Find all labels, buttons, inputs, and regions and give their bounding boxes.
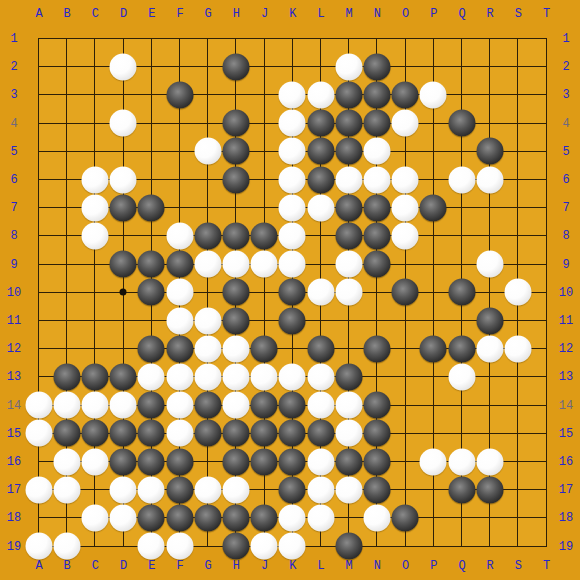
column-label-bottom: M bbox=[346, 560, 353, 572]
black-stone-N4 bbox=[363, 110, 390, 137]
black-stone-L15 bbox=[307, 420, 334, 447]
white-stone-B19 bbox=[53, 533, 80, 560]
black-stone-M3 bbox=[335, 81, 362, 108]
black-stone-H2 bbox=[222, 53, 249, 80]
white-stone-L3 bbox=[307, 81, 334, 108]
white-stone-C14 bbox=[81, 392, 108, 419]
column-label-bottom: C bbox=[92, 560, 99, 572]
row-label-left: 5 bbox=[10, 146, 17, 158]
column-label-bottom: Q bbox=[458, 560, 465, 572]
column-label-top: G bbox=[205, 8, 212, 20]
column-label-bottom: A bbox=[35, 560, 42, 572]
column-label-bottom: L bbox=[317, 560, 324, 572]
white-stone-O4 bbox=[392, 110, 419, 137]
white-stone-O8 bbox=[392, 222, 419, 249]
column-label-top: P bbox=[430, 8, 437, 20]
row-label-left: 10 bbox=[7, 287, 21, 299]
white-stone-C18 bbox=[81, 504, 108, 531]
column-label-bottom: E bbox=[148, 560, 155, 572]
column-label-top: E bbox=[148, 8, 155, 20]
row-label-left: 16 bbox=[7, 456, 21, 468]
white-stone-M9 bbox=[335, 251, 362, 278]
black-stone-H18 bbox=[222, 504, 249, 531]
white-stone-G5 bbox=[194, 138, 221, 165]
column-label-top: F bbox=[176, 8, 183, 20]
column-label-top: B bbox=[64, 8, 71, 20]
white-stone-M2 bbox=[335, 53, 362, 80]
column-label-bottom: H bbox=[233, 560, 240, 572]
row-label-right: 12 bbox=[559, 343, 573, 355]
white-stone-E19 bbox=[138, 533, 165, 560]
row-label-left: 17 bbox=[7, 484, 21, 496]
white-stone-L17 bbox=[307, 476, 334, 503]
black-stone-G14 bbox=[194, 392, 221, 419]
black-stone-E10 bbox=[138, 279, 165, 306]
column-label-bottom: R bbox=[487, 560, 494, 572]
row-label-right: 14 bbox=[559, 400, 573, 412]
white-stone-K9 bbox=[279, 251, 306, 278]
white-stone-H12 bbox=[222, 335, 249, 362]
white-stone-B17 bbox=[53, 476, 80, 503]
row-label-right: 13 bbox=[559, 371, 573, 383]
row-label-left: 11 bbox=[7, 315, 21, 327]
black-stone-K17 bbox=[279, 476, 306, 503]
white-stone-L16 bbox=[307, 448, 334, 475]
white-stone-A15 bbox=[25, 420, 52, 447]
black-stone-B15 bbox=[53, 420, 80, 447]
white-stone-D14 bbox=[110, 392, 137, 419]
black-stone-Q12 bbox=[448, 335, 475, 362]
row-label-left: 8 bbox=[10, 230, 17, 242]
black-stone-L12 bbox=[307, 335, 334, 362]
black-stone-P7 bbox=[420, 194, 447, 221]
white-stone-H13 bbox=[222, 363, 249, 390]
row-label-right: 19 bbox=[559, 541, 573, 553]
row-label-left: 3 bbox=[10, 89, 17, 101]
black-stone-E16 bbox=[138, 448, 165, 475]
go-board[interactable]: AABBCCDDEEFFGGHHJJKKLLMMNNOOPPQQRRSSTT11… bbox=[0, 0, 580, 580]
white-stone-C7 bbox=[81, 194, 108, 221]
column-label-top: J bbox=[261, 8, 268, 20]
black-stone-J14 bbox=[251, 392, 278, 419]
black-stone-D15 bbox=[110, 420, 137, 447]
black-stone-D9 bbox=[110, 251, 137, 278]
white-stone-N18 bbox=[363, 504, 390, 531]
black-stone-E7 bbox=[138, 194, 165, 221]
white-stone-F13 bbox=[166, 363, 193, 390]
row-label-right: 1 bbox=[562, 33, 569, 45]
white-stone-F14 bbox=[166, 392, 193, 419]
black-stone-H11 bbox=[222, 307, 249, 334]
black-stone-M5 bbox=[335, 138, 362, 165]
black-stone-E18 bbox=[138, 504, 165, 531]
column-label-top: R bbox=[487, 8, 494, 20]
black-stone-J15 bbox=[251, 420, 278, 447]
black-stone-F18 bbox=[166, 504, 193, 531]
column-label-bottom: G bbox=[205, 560, 212, 572]
black-stone-H4 bbox=[222, 110, 249, 137]
white-stone-O6 bbox=[392, 166, 419, 193]
column-label-bottom: T bbox=[543, 560, 550, 572]
black-stone-N16 bbox=[363, 448, 390, 475]
white-stone-L7 bbox=[307, 194, 334, 221]
white-stone-B16 bbox=[53, 448, 80, 475]
white-stone-K5 bbox=[279, 138, 306, 165]
black-stone-O18 bbox=[392, 504, 419, 531]
black-stone-R17 bbox=[476, 476, 503, 503]
row-label-right: 10 bbox=[559, 287, 573, 299]
black-stone-O10 bbox=[392, 279, 419, 306]
black-stone-Q10 bbox=[448, 279, 475, 306]
white-stone-E13 bbox=[138, 363, 165, 390]
black-stone-D13 bbox=[110, 363, 137, 390]
row-label-left: 12 bbox=[7, 343, 21, 355]
row-label-right: 2 bbox=[562, 61, 569, 73]
black-stone-G18 bbox=[194, 504, 221, 531]
row-label-left: 4 bbox=[10, 118, 17, 130]
row-label-left: 6 bbox=[10, 174, 17, 186]
row-label-right: 9 bbox=[562, 259, 569, 271]
column-label-top: S bbox=[515, 8, 522, 20]
white-stone-B14 bbox=[53, 392, 80, 419]
white-stone-M6 bbox=[335, 166, 362, 193]
black-stone-E14 bbox=[138, 392, 165, 419]
black-stone-M7 bbox=[335, 194, 362, 221]
row-label-left: 14 bbox=[7, 400, 21, 412]
row-label-right: 17 bbox=[559, 484, 573, 496]
white-stone-D4 bbox=[110, 110, 137, 137]
column-label-bottom: J bbox=[261, 560, 268, 572]
white-stone-M17 bbox=[335, 476, 362, 503]
column-label-top: L bbox=[317, 8, 324, 20]
white-stone-G13 bbox=[194, 363, 221, 390]
row-label-right: 16 bbox=[559, 456, 573, 468]
white-stone-K4 bbox=[279, 110, 306, 137]
white-stone-D2 bbox=[110, 53, 137, 80]
black-stone-Q4 bbox=[448, 110, 475, 137]
white-stone-N5 bbox=[363, 138, 390, 165]
white-stone-K18 bbox=[279, 504, 306, 531]
white-stone-M14 bbox=[335, 392, 362, 419]
column-label-bottom: S bbox=[515, 560, 522, 572]
black-stone-J18 bbox=[251, 504, 278, 531]
black-stone-N9 bbox=[363, 251, 390, 278]
white-stone-F8 bbox=[166, 222, 193, 249]
black-stone-N12 bbox=[363, 335, 390, 362]
column-label-top: T bbox=[543, 8, 550, 20]
black-stone-N2 bbox=[363, 53, 390, 80]
white-stone-D17 bbox=[110, 476, 137, 503]
white-stone-L14 bbox=[307, 392, 334, 419]
white-stone-L18 bbox=[307, 504, 334, 531]
white-stone-K19 bbox=[279, 533, 306, 560]
column-label-bottom: B bbox=[64, 560, 71, 572]
white-stone-H9 bbox=[222, 251, 249, 278]
black-stone-B13 bbox=[53, 363, 80, 390]
black-stone-F12 bbox=[166, 335, 193, 362]
black-stone-F9 bbox=[166, 251, 193, 278]
white-stone-K7 bbox=[279, 194, 306, 221]
black-stone-Q17 bbox=[448, 476, 475, 503]
black-stone-P12 bbox=[420, 335, 447, 362]
black-stone-N7 bbox=[363, 194, 390, 221]
white-stone-F15 bbox=[166, 420, 193, 447]
white-stone-C8 bbox=[81, 222, 108, 249]
row-label-right: 6 bbox=[562, 174, 569, 186]
row-label-left: 13 bbox=[7, 371, 21, 383]
black-stone-L5 bbox=[307, 138, 334, 165]
white-stone-M15 bbox=[335, 420, 362, 447]
black-stone-F3 bbox=[166, 81, 193, 108]
white-stone-H17 bbox=[222, 476, 249, 503]
black-stone-E9 bbox=[138, 251, 165, 278]
black-stone-K16 bbox=[279, 448, 306, 475]
white-stone-R6 bbox=[476, 166, 503, 193]
white-stone-P3 bbox=[420, 81, 447, 108]
row-label-left: 7 bbox=[10, 202, 17, 214]
black-stone-K15 bbox=[279, 420, 306, 447]
white-stone-N6 bbox=[363, 166, 390, 193]
black-stone-N15 bbox=[363, 420, 390, 447]
black-stone-G8 bbox=[194, 222, 221, 249]
white-stone-J19 bbox=[251, 533, 278, 560]
white-stone-J9 bbox=[251, 251, 278, 278]
column-label-top: N bbox=[374, 8, 381, 20]
white-stone-K13 bbox=[279, 363, 306, 390]
black-stone-H19 bbox=[222, 533, 249, 560]
row-label-right: 4 bbox=[562, 118, 569, 130]
white-stone-L10 bbox=[307, 279, 334, 306]
column-label-bottom: P bbox=[430, 560, 437, 572]
black-stone-N17 bbox=[363, 476, 390, 503]
column-label-top: C bbox=[92, 8, 99, 20]
column-label-top: K bbox=[289, 8, 296, 20]
white-stone-S10 bbox=[504, 279, 531, 306]
white-stone-M10 bbox=[335, 279, 362, 306]
white-stone-G9 bbox=[194, 251, 221, 278]
white-stone-C6 bbox=[81, 166, 108, 193]
row-label-left: 18 bbox=[7, 512, 21, 524]
black-stone-C13 bbox=[81, 363, 108, 390]
black-stone-R5 bbox=[476, 138, 503, 165]
black-stone-C15 bbox=[81, 420, 108, 447]
black-stone-N14 bbox=[363, 392, 390, 419]
row-label-left: 19 bbox=[7, 541, 21, 553]
white-stone-G12 bbox=[194, 335, 221, 362]
white-stone-C16 bbox=[81, 448, 108, 475]
column-label-bottom: N bbox=[374, 560, 381, 572]
white-stone-Q13 bbox=[448, 363, 475, 390]
row-label-right: 8 bbox=[562, 230, 569, 242]
black-stone-M8 bbox=[335, 222, 362, 249]
black-stone-D16 bbox=[110, 448, 137, 475]
black-stone-H10 bbox=[222, 279, 249, 306]
white-stone-J13 bbox=[251, 363, 278, 390]
black-stone-K14 bbox=[279, 392, 306, 419]
black-stone-H8 bbox=[222, 222, 249, 249]
column-label-top: M bbox=[346, 8, 353, 20]
black-stone-K11 bbox=[279, 307, 306, 334]
star-point bbox=[120, 289, 127, 296]
white-stone-Q16 bbox=[448, 448, 475, 475]
black-stone-H5 bbox=[222, 138, 249, 165]
black-stone-H15 bbox=[222, 420, 249, 447]
black-stone-H16 bbox=[222, 448, 249, 475]
column-label-bottom: F bbox=[176, 560, 183, 572]
white-stone-K3 bbox=[279, 81, 306, 108]
row-label-left: 15 bbox=[7, 428, 21, 440]
column-label-bottom: D bbox=[120, 560, 127, 572]
black-stone-G15 bbox=[194, 420, 221, 447]
white-stone-S12 bbox=[504, 335, 531, 362]
column-label-top: D bbox=[120, 8, 127, 20]
row-label-right: 18 bbox=[559, 512, 573, 524]
white-stone-R16 bbox=[476, 448, 503, 475]
black-stone-J16 bbox=[251, 448, 278, 475]
white-stone-D6 bbox=[110, 166, 137, 193]
black-stone-J8 bbox=[251, 222, 278, 249]
black-stone-N8 bbox=[363, 222, 390, 249]
row-label-left: 9 bbox=[10, 259, 17, 271]
black-stone-H6 bbox=[222, 166, 249, 193]
white-stone-A14 bbox=[25, 392, 52, 419]
white-stone-L13 bbox=[307, 363, 334, 390]
row-label-left: 2 bbox=[10, 61, 17, 73]
row-label-right: 3 bbox=[562, 89, 569, 101]
black-stone-L4 bbox=[307, 110, 334, 137]
grid-line-vertical bbox=[546, 38, 547, 547]
white-stone-O7 bbox=[392, 194, 419, 221]
column-label-bottom: O bbox=[402, 560, 409, 572]
white-stone-G11 bbox=[194, 307, 221, 334]
white-stone-R12 bbox=[476, 335, 503, 362]
white-stone-E17 bbox=[138, 476, 165, 503]
black-stone-O3 bbox=[392, 81, 419, 108]
white-stone-F19 bbox=[166, 533, 193, 560]
row-label-right: 15 bbox=[559, 428, 573, 440]
black-stone-R11 bbox=[476, 307, 503, 334]
white-stone-F11 bbox=[166, 307, 193, 334]
row-label-left: 1 bbox=[10, 33, 17, 45]
white-stone-R9 bbox=[476, 251, 503, 278]
white-stone-D18 bbox=[110, 504, 137, 531]
row-label-right: 5 bbox=[562, 146, 569, 158]
column-label-bottom: K bbox=[289, 560, 296, 572]
black-stone-N3 bbox=[363, 81, 390, 108]
black-stone-M16 bbox=[335, 448, 362, 475]
column-label-top: O bbox=[402, 8, 409, 20]
black-stone-M19 bbox=[335, 533, 362, 560]
black-stone-J12 bbox=[251, 335, 278, 362]
column-label-top: A bbox=[35, 8, 42, 20]
column-label-top: Q bbox=[458, 8, 465, 20]
white-stone-H14 bbox=[222, 392, 249, 419]
white-stone-G17 bbox=[194, 476, 221, 503]
white-stone-A19 bbox=[25, 533, 52, 560]
black-stone-M4 bbox=[335, 110, 362, 137]
black-stone-E15 bbox=[138, 420, 165, 447]
black-stone-F17 bbox=[166, 476, 193, 503]
column-label-top: H bbox=[233, 8, 240, 20]
black-stone-F16 bbox=[166, 448, 193, 475]
white-stone-K8 bbox=[279, 222, 306, 249]
black-stone-K10 bbox=[279, 279, 306, 306]
black-stone-E12 bbox=[138, 335, 165, 362]
row-label-right: 7 bbox=[562, 202, 569, 214]
row-label-right: 11 bbox=[559, 315, 573, 327]
white-stone-A17 bbox=[25, 476, 52, 503]
black-stone-D7 bbox=[110, 194, 137, 221]
white-stone-Q6 bbox=[448, 166, 475, 193]
white-stone-F10 bbox=[166, 279, 193, 306]
white-stone-K6 bbox=[279, 166, 306, 193]
black-stone-M13 bbox=[335, 363, 362, 390]
white-stone-P16 bbox=[420, 448, 447, 475]
black-stone-L6 bbox=[307, 166, 334, 193]
